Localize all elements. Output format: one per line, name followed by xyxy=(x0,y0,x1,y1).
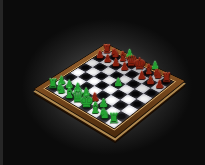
green-rook[interactable]: ♜ xyxy=(108,113,120,126)
red-pawn[interactable]: ♟ xyxy=(155,79,165,90)
piece-layer: ♜♞♟♟♝♟♛♟♚♟♟♝♞♟♟♜♟♟♟♜♟♟♞♟♝♟♛♟♚♝♞♜ xyxy=(0,0,205,165)
green-pawn[interactable]: ♟ xyxy=(113,76,122,87)
red-pawn[interactable]: ♟ xyxy=(120,62,129,72)
red-pawn[interactable]: ♟ xyxy=(146,74,155,85)
game-window: ♜♞♟♟♝♟♛♟♚♟♟♝♞♟♟♜♟♟♟♜♟♟♞♟♝♟♛♟♚♝♞♜ xyxy=(0,0,205,165)
red-pawn[interactable]: ♟ xyxy=(137,70,146,80)
